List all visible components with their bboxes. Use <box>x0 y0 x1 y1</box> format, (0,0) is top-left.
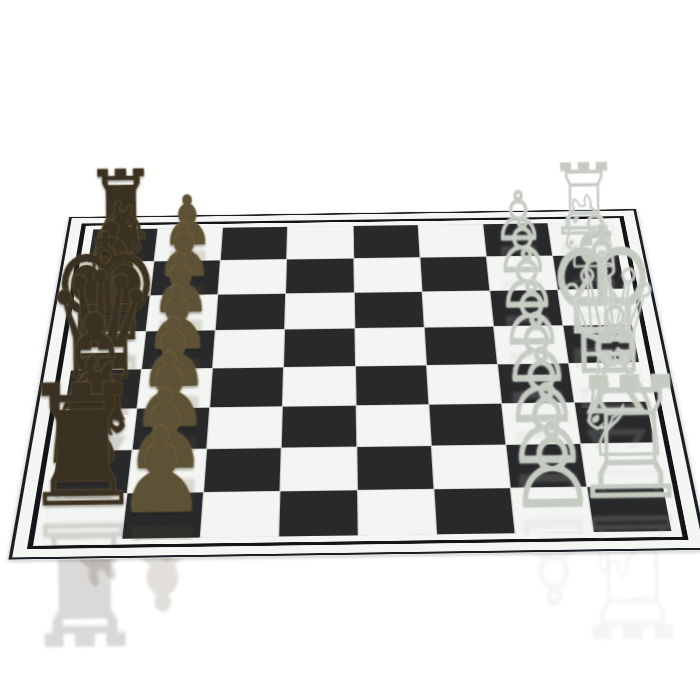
chess-board-grid: ♜♟♙♖♞♟♙♘♝♟♙♗♚♟♙♔♛♟♙♕♝♟♙♗♞♟♙♘♜♟♙♖ <box>44 222 671 539</box>
square-h5[interactable] <box>287 226 352 259</box>
square-d6[interactable] <box>210 367 283 407</box>
square-f3[interactable] <box>422 291 493 327</box>
square-a3[interactable] <box>434 488 514 534</box>
square-b4[interactable] <box>357 446 433 490</box>
square-f5[interactable] <box>285 293 353 329</box>
square-c5[interactable] <box>282 406 356 448</box>
piece-black-pawn-a7[interactable]: ♟ <box>115 412 206 531</box>
square-f4[interactable] <box>354 292 423 328</box>
square-c4[interactable] <box>356 405 430 447</box>
photo-scene: ♜♟♙♖♞♟♙♘♝♟♙♗♚♟♙♔♛♟♙♕♝♟♙♗♞♟♙♘♜♟♙♖ <box>0 0 700 700</box>
square-g3[interactable] <box>420 257 489 292</box>
square-b5[interactable] <box>281 447 356 491</box>
square-a7[interactable]: ♟ <box>123 492 204 538</box>
square-h3[interactable] <box>418 224 485 257</box>
square-h6[interactable] <box>221 227 287 260</box>
square-b3[interactable] <box>431 445 509 489</box>
chess-board: ♜♟♙♖♞♟♙♘♝♟♙♗♚♟♙♔♛♟♙♕♝♟♙♗♞♟♙♘♜♟♙♖ <box>8 209 700 559</box>
square-g6[interactable] <box>219 260 287 295</box>
square-a8[interactable]: ♜ <box>44 494 127 540</box>
square-a4[interactable] <box>358 489 436 535</box>
square-d4[interactable] <box>356 365 428 405</box>
square-a6[interactable] <box>201 491 280 537</box>
square-e5[interactable] <box>284 329 354 367</box>
square-e6[interactable] <box>213 330 284 368</box>
square-h4[interactable] <box>353 225 419 258</box>
square-d5[interactable] <box>283 366 355 406</box>
square-g5[interactable] <box>286 259 353 294</box>
square-a5[interactable] <box>280 490 357 536</box>
square-c6[interactable] <box>207 407 282 449</box>
square-a1[interactable]: ♖ <box>587 486 671 532</box>
square-e3[interactable] <box>424 327 496 365</box>
piece-white-rook-a1[interactable]: ♖ <box>565 354 696 524</box>
square-e4[interactable] <box>355 328 426 366</box>
square-f6[interactable] <box>216 294 285 330</box>
square-d3[interactable] <box>427 364 501 404</box>
square-c3[interactable] <box>429 404 505 446</box>
square-b6[interactable] <box>204 448 281 492</box>
square-g4[interactable] <box>354 258 421 293</box>
